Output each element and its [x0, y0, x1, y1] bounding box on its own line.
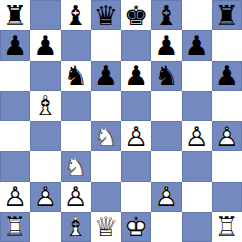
piece-black-pawn[interactable]: ♟ [0, 30, 30, 60]
square-e5[interactable] [121, 91, 151, 121]
square-h1[interactable]: ♜♖ [212, 212, 242, 242]
white-knight-outline-icon: ♘ [91, 121, 121, 151]
black-bishop-icon: ♝ [61, 0, 91, 30]
black-rook-icon: ♜ [212, 0, 242, 30]
white-bishop-outline-icon: ♗ [30, 91, 60, 121]
square-b3[interactable] [30, 151, 60, 181]
square-h2[interactable] [212, 182, 242, 212]
white-pawn-outline-icon: ♙ [151, 182, 181, 212]
square-g3[interactable] [182, 151, 212, 181]
black-pawn-icon: ♟ [182, 30, 212, 60]
square-f1[interactable] [151, 212, 181, 242]
square-e7[interactable] [121, 30, 151, 60]
piece-white-pawn[interactable]: ♟♙ [0, 182, 30, 212]
black-knight-icon: ♞ [61, 61, 91, 91]
piece-white-pawn[interactable]: ♟♙ [61, 182, 91, 212]
square-b5[interactable]: ♝♗ [30, 91, 60, 121]
white-rook-outline-icon: ♖ [0, 212, 30, 242]
square-c4[interactable] [61, 121, 91, 151]
square-b8[interactable] [30, 0, 60, 30]
white-rook-outline-icon: ♖ [212, 212, 242, 242]
square-e1[interactable]: ♚♔ [121, 212, 151, 242]
black-pawn-icon: ♟ [212, 61, 242, 91]
square-h5[interactable] [212, 91, 242, 121]
black-pawn-icon: ♟ [91, 61, 121, 91]
white-pawn-outline-icon: ♙ [212, 121, 242, 151]
white-king-outline-icon: ♔ [121, 212, 151, 242]
square-h4[interactable]: ♟♙ [212, 121, 242, 151]
square-g4[interactable]: ♟♙ [182, 121, 212, 151]
square-f3[interactable] [151, 151, 181, 181]
piece-black-bishop[interactable]: ♝ [151, 0, 181, 30]
square-e3[interactable] [121, 151, 151, 181]
square-g5[interactable] [182, 91, 212, 121]
square-e4[interactable]: ♟♙ [121, 121, 151, 151]
piece-white-knight[interactable]: ♞♘ [61, 151, 91, 181]
white-pawn-outline-icon: ♙ [121, 121, 151, 151]
square-a3[interactable] [0, 151, 30, 181]
piece-black-queen[interactable]: ♛ [91, 0, 121, 30]
square-g7[interactable]: ♟ [182, 30, 212, 60]
square-c5[interactable] [61, 91, 91, 121]
piece-white-bishop[interactable]: ♝♗ [61, 212, 91, 242]
square-f2[interactable]: ♟♙ [151, 182, 181, 212]
white-knight-outline-icon: ♘ [61, 151, 91, 181]
square-b6[interactable] [30, 61, 60, 91]
piece-white-knight[interactable]: ♞♘ [91, 121, 121, 151]
square-h6[interactable]: ♟ [212, 61, 242, 91]
square-d6[interactable]: ♟ [91, 61, 121, 91]
square-d5[interactable] [91, 91, 121, 121]
square-c2[interactable]: ♟♙ [61, 182, 91, 212]
black-king-icon: ♚ [121, 0, 151, 30]
square-a8[interactable]: ♜ [0, 0, 30, 30]
square-c1[interactable]: ♝♗ [61, 212, 91, 242]
piece-black-rook[interactable]: ♜ [212, 0, 242, 30]
piece-white-pawn[interactable]: ♟♙ [121, 121, 151, 151]
piece-black-rook[interactable]: ♜ [0, 0, 30, 30]
black-pawn-icon: ♟ [151, 30, 181, 60]
square-f7[interactable]: ♟ [151, 30, 181, 60]
square-f4[interactable] [151, 121, 181, 151]
piece-white-bishop[interactable]: ♝♗ [30, 91, 60, 121]
square-g8[interactable] [182, 0, 212, 30]
piece-black-pawn[interactable]: ♟ [121, 61, 151, 91]
square-c3[interactable]: ♞♘ [61, 151, 91, 181]
piece-white-pawn[interactable]: ♟♙ [30, 182, 60, 212]
square-b2[interactable]: ♟♙ [30, 182, 60, 212]
piece-white-rook[interactable]: ♜♖ [0, 212, 30, 242]
square-e8[interactable]: ♚ [121, 0, 151, 30]
square-a5[interactable] [0, 91, 30, 121]
black-pawn-icon: ♟ [121, 61, 151, 91]
white-queen-outline-icon: ♕ [91, 212, 121, 242]
black-queen-icon: ♛ [91, 0, 121, 30]
square-e6[interactable]: ♟ [121, 61, 151, 91]
white-pawn-outline-icon: ♙ [0, 182, 30, 212]
square-a7[interactable]: ♟ [0, 30, 30, 60]
black-pawn-icon: ♟ [0, 30, 30, 60]
square-h8[interactable]: ♜ [212, 0, 242, 30]
black-pawn-icon: ♟ [30, 30, 60, 60]
square-d3[interactable] [91, 151, 121, 181]
square-a4[interactable] [0, 121, 30, 151]
piece-black-king[interactable]: ♚ [121, 0, 151, 30]
square-e2[interactable] [121, 182, 151, 212]
piece-black-pawn[interactable]: ♟ [212, 61, 242, 91]
black-rook-icon: ♜ [0, 0, 30, 30]
square-f8[interactable]: ♝ [151, 0, 181, 30]
square-g2[interactable] [182, 182, 212, 212]
square-b4[interactable] [30, 121, 60, 151]
square-h3[interactable] [212, 151, 242, 181]
piece-black-bishop[interactable]: ♝ [61, 0, 91, 30]
black-bishop-icon: ♝ [151, 0, 181, 30]
square-d8[interactable]: ♛ [91, 0, 121, 30]
square-c7[interactable] [61, 30, 91, 60]
piece-black-pawn[interactable]: ♟ [182, 30, 212, 60]
piece-black-knight[interactable]: ♞ [61, 61, 91, 91]
white-pawn-outline-icon: ♙ [182, 121, 212, 151]
black-knight-icon: ♞ [151, 61, 181, 91]
square-c6[interactable]: ♞ [61, 61, 91, 91]
white-pawn-outline-icon: ♙ [61, 182, 91, 212]
piece-white-pawn[interactable]: ♟♙ [182, 121, 212, 151]
square-a1[interactable]: ♜♖ [0, 212, 30, 242]
piece-black-pawn[interactable]: ♟ [151, 30, 181, 60]
square-g1[interactable] [182, 212, 212, 242]
square-d7[interactable] [91, 30, 121, 60]
square-d1[interactable]: ♛♕ [91, 212, 121, 242]
piece-white-pawn[interactable]: ♟♙ [151, 182, 181, 212]
square-h7[interactable] [212, 30, 242, 60]
piece-black-pawn[interactable]: ♟ [91, 61, 121, 91]
chess-board: ♜♝♛♚♝♜♟♟♟♟♞♟♟♞♟♝♗♞♘♟♙♟♙♟♙♞♘♟♙♟♙♟♙♟♙♜♖♝♗♛… [0, 0, 242, 242]
square-d4[interactable]: ♞♘ [91, 121, 121, 151]
white-pawn-outline-icon: ♙ [30, 182, 60, 212]
square-f6[interactable]: ♞ [151, 61, 181, 91]
square-b1[interactable] [30, 212, 60, 242]
square-a6[interactable] [0, 61, 30, 91]
piece-black-pawn[interactable]: ♟ [30, 30, 60, 60]
piece-white-rook[interactable]: ♜♖ [212, 212, 242, 242]
piece-white-king[interactable]: ♚♔ [121, 212, 151, 242]
square-g6[interactable] [182, 61, 212, 91]
piece-white-pawn[interactable]: ♟♙ [212, 121, 242, 151]
square-f5[interactable] [151, 91, 181, 121]
square-c8[interactable]: ♝ [61, 0, 91, 30]
piece-white-queen[interactable]: ♛♕ [91, 212, 121, 242]
piece-black-knight[interactable]: ♞ [151, 61, 181, 91]
white-bishop-outline-icon: ♗ [61, 212, 91, 242]
square-d2[interactable] [91, 182, 121, 212]
square-a2[interactable]: ♟♙ [0, 182, 30, 212]
square-b7[interactable]: ♟ [30, 30, 60, 60]
